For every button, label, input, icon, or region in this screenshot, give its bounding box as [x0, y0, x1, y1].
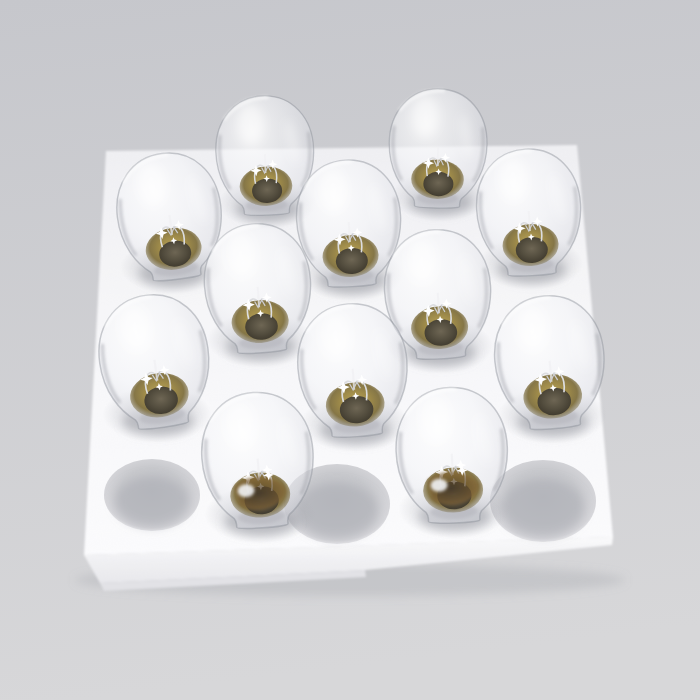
socket-inner-shadow	[502, 478, 585, 537]
photo-canvas: Twelve clear S14 incandescent replacemen…	[0, 0, 700, 700]
product-photo: Twelve clear S14 incandescent replacemen…	[0, 0, 700, 700]
socket-inner-shadow	[115, 476, 190, 528]
